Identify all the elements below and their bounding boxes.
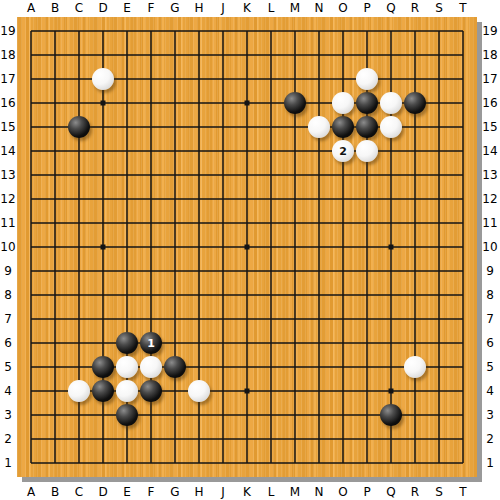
coord-label-left-17: 17	[0, 72, 16, 86]
coord-label-left-10: 10	[0, 240, 16, 254]
black-stone-p15[interactable]	[356, 116, 378, 138]
stones-layer: 12	[17, 17, 477, 477]
coord-label-top-Q: Q	[382, 1, 400, 15]
coord-label-right-4: 4	[481, 384, 499, 398]
white-stone-p14[interactable]	[356, 140, 378, 162]
coord-label-bottom-K: K	[238, 485, 256, 499]
go-board[interactable]: 12	[17, 17, 477, 477]
coord-label-top-R: R	[406, 1, 424, 15]
coord-label-top-L: L	[262, 1, 280, 15]
coord-label-left-14: 14	[0, 144, 16, 158]
coord-label-right-14: 14	[481, 144, 499, 158]
go-diagram: ABCDEFGHJKLMNOPQRST ABCDEFGHJKLMNOPQRST …	[0, 0, 500, 500]
coord-label-bottom-A: A	[22, 485, 40, 499]
coord-label-bottom-P: P	[358, 485, 376, 499]
coord-label-bottom-C: C	[70, 485, 88, 499]
black-stone-p16[interactable]	[356, 92, 378, 114]
coord-label-left-7: 7	[0, 312, 16, 326]
white-stone-n15[interactable]	[308, 116, 330, 138]
coord-label-left-1: 1	[0, 456, 16, 470]
coord-label-top-G: G	[166, 1, 184, 15]
black-stone-e6[interactable]	[116, 332, 138, 354]
coord-label-right-12: 12	[481, 192, 499, 206]
white-stone-o14[interactable]: 2	[332, 140, 354, 162]
coord-label-left-6: 6	[0, 336, 16, 350]
white-stone-d17[interactable]	[92, 68, 114, 90]
coord-label-top-C: C	[70, 1, 88, 15]
coord-label-top-T: T	[454, 1, 472, 15]
coord-label-top-F: F	[142, 1, 160, 15]
coord-label-right-10: 10	[481, 240, 499, 254]
coord-label-top-N: N	[310, 1, 328, 15]
black-stone-g5[interactable]	[164, 356, 186, 378]
coord-label-left-9: 9	[0, 264, 16, 278]
coord-label-bottom-Q: Q	[382, 485, 400, 499]
coord-label-left-8: 8	[0, 288, 16, 302]
coord-label-left-12: 12	[0, 192, 16, 206]
coord-label-bottom-N: N	[310, 485, 328, 499]
coord-label-right-8: 8	[481, 288, 499, 302]
black-stone-e3[interactable]	[116, 404, 138, 426]
white-stone-e5[interactable]	[116, 356, 138, 378]
coord-label-left-5: 5	[0, 360, 16, 374]
move-number-label: 1	[147, 338, 155, 349]
coord-label-bottom-J: J	[214, 485, 232, 499]
coord-label-right-18: 18	[481, 48, 499, 62]
coord-label-right-15: 15	[481, 120, 499, 134]
coord-label-bottom-D: D	[94, 485, 112, 499]
coord-label-bottom-E: E	[118, 485, 136, 499]
coord-label-right-17: 17	[481, 72, 499, 86]
coord-label-top-K: K	[238, 1, 256, 15]
coord-label-top-J: J	[214, 1, 232, 15]
white-stone-q15[interactable]	[380, 116, 402, 138]
coord-label-top-B: B	[46, 1, 64, 15]
coord-label-right-1: 1	[481, 456, 499, 470]
coord-label-top-E: E	[118, 1, 136, 15]
coord-label-left-2: 2	[0, 432, 16, 446]
coord-label-bottom-O: O	[334, 485, 352, 499]
coord-label-right-3: 3	[481, 408, 499, 422]
move-number-label: 2	[339, 146, 347, 157]
coord-label-bottom-M: M	[286, 485, 304, 499]
coord-label-top-P: P	[358, 1, 376, 15]
coord-label-right-11: 11	[481, 216, 499, 230]
coord-label-right-13: 13	[481, 168, 499, 182]
coord-label-left-18: 18	[0, 48, 16, 62]
black-stone-q3[interactable]	[380, 404, 402, 426]
coord-label-left-13: 13	[0, 168, 16, 182]
coord-label-left-15: 15	[0, 120, 16, 134]
coord-label-bottom-B: B	[46, 485, 64, 499]
white-stone-r5[interactable]	[404, 356, 426, 378]
coord-label-right-6: 6	[481, 336, 499, 350]
coord-label-bottom-R: R	[406, 485, 424, 499]
coord-label-left-4: 4	[0, 384, 16, 398]
coord-label-bottom-G: G	[166, 485, 184, 499]
coord-label-bottom-L: L	[262, 485, 280, 499]
black-stone-f4[interactable]	[140, 380, 162, 402]
coord-label-top-H: H	[190, 1, 208, 15]
white-stone-o16[interactable]	[332, 92, 354, 114]
black-stone-f6[interactable]: 1	[140, 332, 162, 354]
white-stone-q16[interactable]	[380, 92, 402, 114]
black-stone-d5[interactable]	[92, 356, 114, 378]
white-stone-h4[interactable]	[188, 380, 210, 402]
coord-label-top-M: M	[286, 1, 304, 15]
coord-label-bottom-F: F	[142, 485, 160, 499]
black-stone-d4[interactable]	[92, 380, 114, 402]
coord-label-right-9: 9	[481, 264, 499, 278]
black-stone-c15[interactable]	[68, 116, 90, 138]
coord-label-right-5: 5	[481, 360, 499, 374]
black-stone-m16[interactable]	[284, 92, 306, 114]
white-stone-e4[interactable]	[116, 380, 138, 402]
white-stone-c4[interactable]	[68, 380, 90, 402]
coord-label-left-11: 11	[0, 216, 16, 230]
coord-label-right-2: 2	[481, 432, 499, 446]
coord-label-left-19: 19	[0, 24, 16, 38]
coord-label-right-19: 19	[481, 24, 499, 38]
coord-label-left-16: 16	[0, 96, 16, 110]
coord-label-right-7: 7	[481, 312, 499, 326]
black-stone-o15[interactable]	[332, 116, 354, 138]
coord-label-right-16: 16	[481, 96, 499, 110]
coord-label-left-3: 3	[0, 408, 16, 422]
coord-label-bottom-H: H	[190, 485, 208, 499]
coord-label-top-D: D	[94, 1, 112, 15]
coord-label-top-S: S	[430, 1, 448, 15]
coord-label-bottom-T: T	[454, 485, 472, 499]
black-stone-r16[interactable]	[404, 92, 426, 114]
coord-label-top-A: A	[22, 1, 40, 15]
coord-label-bottom-S: S	[430, 485, 448, 499]
coord-label-top-O: O	[334, 1, 352, 15]
white-stone-f5[interactable]	[140, 356, 162, 378]
white-stone-p17[interactable]	[356, 68, 378, 90]
